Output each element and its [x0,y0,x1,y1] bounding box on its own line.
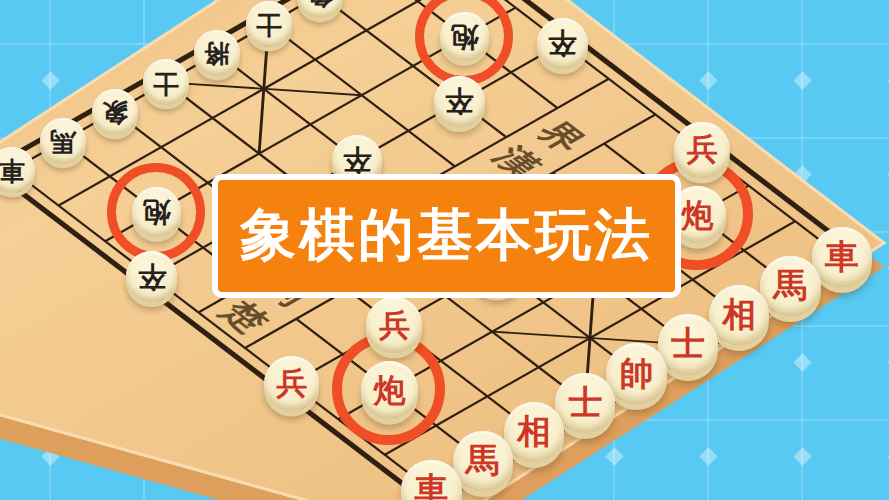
piece-character: 帥 [620,357,654,391]
piece-black-炮-f1r2: 炮 [132,187,181,236]
piece-black-卒-f8r3: 卒 [537,18,588,69]
piece-character: 士 [256,11,282,37]
piece-character: 相 [517,415,551,449]
title-banner: 象棋的基本玩法 [212,174,681,298]
piece-black-士-f5r0: 士 [246,1,292,47]
piece-character: 兵 [686,134,717,165]
piece-character: 兵 [276,368,307,399]
banner-title-text: 象棋的基本玩法 [240,198,653,274]
piece-red-相-f2r9: 相 [504,402,564,462]
piece-black-炮-f7r2: 炮 [440,12,489,61]
piece-character: 卒 [138,263,166,291]
piece-black-卒-f6r3: 卒 [434,76,485,127]
piece-character: 卒 [343,146,371,174]
piece-character: 車 [825,240,859,274]
piece-character: 象 [102,99,128,125]
piece-character: 卒 [548,29,576,57]
piece-character: 車 [414,473,448,500]
piece-black-象-f2r0: 象 [92,89,138,135]
piece-red-士-f5r9: 士 [658,314,718,374]
piece-character: 兵 [379,310,410,341]
piece-red-車-f8r9: 車 [812,227,872,287]
piece-black-馬-f1r0: 馬 [40,118,86,164]
piece-character: 相 [722,298,756,332]
piece-character: 將 [204,40,230,66]
piece-red-帥-f4r9: 帥 [606,343,666,403]
piece-red-馬-f1r9: 馬 [453,431,513,491]
piece-red-馬-f7r9: 馬 [760,256,820,316]
piece-character: 馬 [50,128,76,154]
piece-character: 馬 [466,444,500,478]
piece-red-兵-f8r6: 兵 [674,122,730,178]
piece-character: 象 [307,0,333,8]
piece-black-士-f3r0: 士 [143,59,189,105]
piece-character: 馬 [774,269,808,303]
piece-character: 車 [0,157,25,183]
piece-red-士-f3r9: 士 [555,373,615,433]
piece-character: 炮 [373,374,405,406]
piece-character: 士 [153,70,179,96]
piece-red-炮-f1r7: 炮 [361,361,418,418]
piece-character: 炮 [451,23,479,51]
thumbnail-canvas: 楚河 漢界 車馬象士炮卒將士卒象馬兵卒車兵炮炮卒車兵卒馬相兵士帥兵炮士相馬車 象… [0,0,889,500]
piece-character: 卒 [445,87,473,115]
piece-character: 士 [568,386,602,420]
piece-character: 炮 [681,199,713,231]
piece-character: 炮 [143,198,171,226]
piece-character: 士 [671,327,705,361]
piece-red-兵-f2r6: 兵 [366,297,422,353]
